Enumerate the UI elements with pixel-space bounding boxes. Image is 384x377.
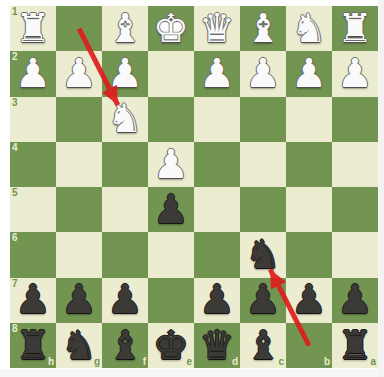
square-d7[interactable]: ♟ xyxy=(194,278,240,323)
square-e5[interactable]: ♟ xyxy=(148,187,194,232)
square-a5[interactable] xyxy=(332,187,378,232)
square-g3[interactable] xyxy=(56,97,102,142)
piece-black-pawn-d7[interactable]: ♟ xyxy=(199,279,235,319)
square-b8[interactable]: b xyxy=(286,323,332,368)
square-e7[interactable] xyxy=(148,278,194,323)
piece-white-king-e1[interactable]: ♚ xyxy=(153,8,189,48)
square-b2[interactable]: ♟ xyxy=(286,51,332,96)
square-a3[interactable] xyxy=(332,97,378,142)
square-f2[interactable]: ♟ xyxy=(102,51,148,96)
piece-white-pawn-c2[interactable]: ♟ xyxy=(245,53,281,93)
square-c7[interactable]: ♟ xyxy=(240,278,286,323)
square-e4[interactable]: ♟ xyxy=(148,142,194,187)
piece-black-queen-d8[interactable]: ♛ xyxy=(199,325,235,365)
piece-black-pawn-b7[interactable]: ♟ xyxy=(291,279,327,319)
square-f7[interactable]: ♟ xyxy=(102,278,148,323)
piece-black-pawn-e5[interactable]: ♟ xyxy=(153,189,189,229)
piece-white-pawn-g2[interactable]: ♟ xyxy=(61,53,97,93)
square-h8[interactable]: 8h♜ xyxy=(10,323,56,368)
square-g7[interactable]: ♟ xyxy=(56,278,102,323)
square-c5[interactable] xyxy=(240,187,286,232)
square-g5[interactable] xyxy=(56,187,102,232)
piece-white-pawn-d2[interactable]: ♟ xyxy=(199,53,235,93)
square-c3[interactable] xyxy=(240,97,286,142)
square-a6[interactable] xyxy=(332,232,378,277)
square-b5[interactable] xyxy=(286,187,332,232)
square-d4[interactable] xyxy=(194,142,240,187)
square-b1[interactable]: ♞ xyxy=(286,6,332,51)
square-h2[interactable]: 2♟ xyxy=(10,51,56,96)
square-h1[interactable]: 1♜ xyxy=(10,6,56,51)
square-b4[interactable] xyxy=(286,142,332,187)
chess-app-page: 1♜♝♚♛♝♞♜2♟♟♟♟♟♟♟3♞4♟5♟6♞7♟♟♟♟♟♟♟8h♜g♞f♝e… xyxy=(0,0,384,377)
square-f6[interactable] xyxy=(102,232,148,277)
chess-board: 1♜♝♚♛♝♞♜2♟♟♟♟♟♟♟3♞4♟5♟6♞7♟♟♟♟♟♟♟8h♜g♞f♝e… xyxy=(10,6,378,368)
square-a2[interactable]: ♟ xyxy=(332,51,378,96)
piece-black-king-e8[interactable]: ♚ xyxy=(153,325,189,365)
piece-black-rook-a8[interactable]: ♜ xyxy=(337,325,373,365)
square-h7[interactable]: 7♟ xyxy=(10,278,56,323)
piece-white-knight-f3[interactable]: ♞ xyxy=(107,98,143,138)
piece-white-knight-b1[interactable]: ♞ xyxy=(291,8,327,48)
file-label-f: f xyxy=(143,357,146,367)
square-e8[interactable]: e♚ xyxy=(148,323,194,368)
square-e1[interactable]: ♚ xyxy=(148,6,194,51)
square-b6[interactable] xyxy=(286,232,332,277)
square-h6[interactable]: 6 xyxy=(10,232,56,277)
square-g8[interactable]: g♞ xyxy=(56,323,102,368)
square-g2[interactable]: ♟ xyxy=(56,51,102,96)
page-right-margin xyxy=(378,0,384,377)
piece-white-rook-a1[interactable]: ♜ xyxy=(337,8,373,48)
piece-white-rook-h1[interactable]: ♜ xyxy=(15,8,51,48)
rank-label-3: 3 xyxy=(12,98,18,108)
square-g1[interactable] xyxy=(56,6,102,51)
square-a7[interactable]: ♟ xyxy=(332,278,378,323)
square-a1[interactable]: ♜ xyxy=(332,6,378,51)
square-h3[interactable]: 3 xyxy=(10,97,56,142)
square-f4[interactable] xyxy=(102,142,148,187)
piece-white-bishop-c1[interactable]: ♝ xyxy=(245,8,281,48)
square-d5[interactable] xyxy=(194,187,240,232)
square-d6[interactable] xyxy=(194,232,240,277)
square-d2[interactable]: ♟ xyxy=(194,51,240,96)
piece-white-bishop-f1[interactable]: ♝ xyxy=(107,8,143,48)
square-c4[interactable] xyxy=(240,142,286,187)
piece-white-queen-d1[interactable]: ♛ xyxy=(199,8,235,48)
piece-black-pawn-f7[interactable]: ♟ xyxy=(107,279,143,319)
square-f1[interactable]: ♝ xyxy=(102,6,148,51)
piece-white-pawn-e4[interactable]: ♟ xyxy=(153,144,189,184)
square-f3[interactable]: ♞ xyxy=(102,97,148,142)
square-a4[interactable] xyxy=(332,142,378,187)
square-f8[interactable]: f♝ xyxy=(102,323,148,368)
square-h5[interactable]: 5 xyxy=(10,187,56,232)
square-e3[interactable] xyxy=(148,97,194,142)
file-label-b: b xyxy=(324,357,330,367)
square-e2[interactable] xyxy=(148,51,194,96)
square-f5[interactable] xyxy=(102,187,148,232)
piece-black-bishop-f8[interactable]: ♝ xyxy=(107,325,143,365)
piece-white-pawn-f2[interactable]: ♟ xyxy=(107,53,143,93)
piece-white-pawn-a2[interactable]: ♟ xyxy=(337,53,373,93)
piece-black-pawn-h7[interactable]: ♟ xyxy=(15,279,51,319)
square-c1[interactable]: ♝ xyxy=(240,6,286,51)
piece-black-bishop-c8[interactable]: ♝ xyxy=(245,325,281,365)
square-g4[interactable] xyxy=(56,142,102,187)
piece-black-knight-c6[interactable]: ♞ xyxy=(245,234,281,274)
square-c6[interactable]: ♞ xyxy=(240,232,286,277)
piece-black-pawn-a7[interactable]: ♟ xyxy=(337,279,373,319)
piece-black-pawn-g7[interactable]: ♟ xyxy=(61,279,97,319)
rank-label-5: 5 xyxy=(12,188,18,198)
square-b3[interactable] xyxy=(286,97,332,142)
square-h4[interactable]: 4 xyxy=(10,142,56,187)
rank-label-4: 4 xyxy=(12,143,18,153)
rank-label-6: 6 xyxy=(12,233,18,243)
piece-white-pawn-h2[interactable]: ♟ xyxy=(15,53,51,93)
square-d3[interactable] xyxy=(194,97,240,142)
square-g6[interactable] xyxy=(56,232,102,277)
piece-black-pawn-c7[interactable]: ♟ xyxy=(245,279,281,319)
piece-black-rook-h8[interactable]: ♜ xyxy=(15,325,51,365)
square-c2[interactable]: ♟ xyxy=(240,51,286,96)
piece-black-knight-g8[interactable]: ♞ xyxy=(61,325,97,365)
square-e6[interactable] xyxy=(148,232,194,277)
page-bottom-margin xyxy=(0,369,384,377)
square-d8[interactable]: d♛ xyxy=(194,323,240,368)
square-d1[interactable]: ♛ xyxy=(194,6,240,51)
square-c8[interactable]: c♝ xyxy=(240,323,286,368)
piece-white-pawn-b2[interactable]: ♟ xyxy=(291,53,327,93)
square-a8[interactable]: a♜ xyxy=(332,323,378,368)
square-b7[interactable]: ♟ xyxy=(286,278,332,323)
